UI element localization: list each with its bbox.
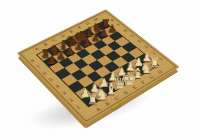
coord-label: 1 (75, 105, 81, 110)
coord-label: D (60, 34, 66, 38)
coord-label: B (43, 42, 49, 46)
coord-label: 3 (144, 45, 150, 49)
black-pawn-icon: ♟ (85, 32, 107, 43)
piece-black-queen-d8: ♛ (63, 37, 78, 47)
black-queen-icon: ♛ (61, 36, 83, 47)
coord-label: 6 (123, 29, 128, 33)
coord-label: E (69, 30, 75, 34)
coord-label: F (77, 26, 82, 30)
piece-black-pawn-h7: ♟ (102, 26, 117, 35)
square-g4 (114, 47, 129, 57)
square-e6 (84, 44, 99, 54)
square-h5 (115, 37, 130, 47)
square-g5 (107, 41, 122, 51)
square-e7 (78, 39, 93, 49)
square-h6 (109, 31, 123, 41)
coord-label: C (51, 38, 57, 42)
square-c8 (55, 42, 70, 52)
coord-label: 3 (61, 91, 67, 96)
coord-label: E (132, 85, 138, 90)
coord-label: A (95, 107, 102, 112)
square-d6 (76, 48, 91, 58)
square-h8 (96, 21, 110, 30)
coord-label: 5 (130, 34, 135, 38)
square-f6 (92, 40, 107, 50)
scene: ABCDEFGH ABCDEFGH 87654321 87654321 ♜♞♟♝… (0, 0, 200, 140)
piece-black-pawn-e7: ♟ (77, 38, 92, 48)
coord-label: D (123, 90, 130, 95)
piece-black-rook-h8: ♜ (96, 20, 110, 29)
coord-label: B (104, 101, 111, 106)
square-f5 (99, 45, 114, 55)
square-f7 (86, 34, 100, 44)
board-frame: ABCDEFGH ABCDEFGH 87654321 87654321 ♜♞♟♝… (17, 9, 180, 124)
black-king-icon: ♚ (70, 31, 92, 42)
chess-set-photo: ABCDEFGH ABCDEFGH 87654321 87654321 ♜♞♟♝… (0, 0, 200, 140)
piece-black-bishop-f8: ♝ (80, 29, 95, 39)
black-pawn-icon: ♟ (68, 41, 91, 52)
black-rook-icon: ♜ (95, 19, 116, 29)
coord-label: C (114, 96, 121, 101)
square-f8 (80, 29, 94, 38)
square-e5 (90, 50, 105, 60)
black-pawn-icon: ♟ (40, 55, 63, 66)
coord-label: 6 (42, 71, 48, 75)
black-bishop-icon: ♝ (78, 27, 100, 37)
square-h4 (122, 42, 137, 52)
square-f4 (105, 51, 120, 61)
black-pawn-icon: ♟ (76, 37, 98, 48)
coord-label: F (140, 80, 146, 85)
black-pawn-icon: ♟ (101, 24, 123, 34)
piece-black-king-e8: ♚ (71, 33, 86, 43)
piece-black-pawn-g7: ♟ (94, 30, 109, 40)
coord-label: 7 (36, 65, 42, 69)
piece-black-knight-g8: ♞ (88, 24, 102, 33)
coord-label: 4 (55, 84, 61, 89)
piece-black-pawn-a7: ♟ (42, 56, 57, 67)
coord-label: 4 (137, 40, 142, 44)
square-g6 (101, 36, 115, 46)
coord-label: 8 (30, 59, 35, 63)
white-rook-icon: ♜ (80, 94, 105, 106)
coord-label: 8 (110, 19, 115, 22)
file-labels-back: ABCDEFGH (30, 15, 102, 53)
coord-label: G (85, 22, 91, 26)
coord-label: H (93, 17, 99, 21)
piece-black-pawn-d7: ♟ (69, 42, 84, 52)
square-d8 (63, 37, 77, 47)
chess-board: ABCDEFGH ABCDEFGH 87654321 87654321 ♜♞♟♝… (39, 2, 155, 118)
square-g7 (94, 30, 108, 39)
square-g8 (88, 25, 102, 34)
black-knight-icon: ♞ (87, 23, 109, 33)
square-d7 (69, 43, 84, 53)
coord-label: 7 (116, 24, 121, 28)
square-h7 (102, 26, 116, 35)
coord-label: 5 (48, 78, 54, 82)
piece-black-pawn-f7: ♟ (86, 34, 101, 44)
piece-black-bishop-c8: ♝ (54, 41, 69, 51)
black-bishop-icon: ♝ (53, 40, 75, 51)
black-pawn-icon: ♟ (93, 28, 115, 38)
coord-label: 2 (68, 98, 74, 103)
square-e8 (72, 33, 86, 43)
